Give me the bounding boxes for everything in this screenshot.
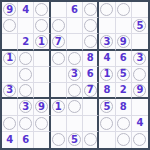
- cell-r2c3[interactable]: [34, 18, 50, 34]
- given-digit: 3: [103, 37, 110, 47]
- cell-r3c4[interactable]: 7: [51, 34, 67, 50]
- cell-r2c4[interactable]: [51, 18, 67, 34]
- cell-r2c8[interactable]: [116, 18, 132, 34]
- given-digit: 5: [120, 69, 127, 79]
- given-digit: 3: [6, 85, 13, 95]
- cell-r9c4[interactable]: [51, 132, 67, 148]
- cell-r6c7[interactable]: 8: [99, 83, 115, 99]
- cell-r4c7[interactable]: 4: [99, 51, 115, 67]
- cell-r1c6[interactable]: [83, 2, 99, 18]
- odd-cell-circle: [100, 117, 113, 130]
- odd-cell-circle: [52, 52, 65, 65]
- cell-r3c9[interactable]: [132, 34, 148, 50]
- given-digit: 6: [22, 135, 29, 145]
- given-digit: 1: [38, 37, 45, 47]
- cell-r7c9[interactable]: [132, 99, 148, 115]
- given-digit: 6: [120, 53, 127, 63]
- odd-cell-circle: [117, 3, 130, 16]
- cell-r9c9[interactable]: [132, 132, 148, 148]
- given-digit: 1: [55, 102, 62, 112]
- cell-r7c8[interactable]: 8: [116, 99, 132, 115]
- odd-cell-circle: 3: [3, 84, 16, 97]
- odd-cell-circle: 7: [84, 84, 97, 97]
- cell-r3c7[interactable]: 3: [99, 34, 115, 50]
- cell-r5c2[interactable]: [18, 67, 34, 83]
- odd-cell-circle: [19, 68, 32, 81]
- cell-r3c6[interactable]: [83, 34, 99, 50]
- odd-cell-circle: [19, 52, 32, 65]
- cell-r9c5[interactable]: 5: [67, 132, 83, 148]
- given-digit: 3: [71, 69, 78, 79]
- odd-cell-circle: [84, 3, 97, 16]
- given-digit: 8: [120, 102, 127, 112]
- given-digit: 3: [22, 102, 29, 112]
- cell-r4c3[interactable]: [34, 51, 50, 67]
- odd-cell-circle: 3: [133, 52, 146, 65]
- cell-r4c8[interactable]: 6: [116, 51, 132, 67]
- odd-cell-circle: 7: [52, 35, 65, 48]
- odd-cell-circle: [117, 117, 130, 130]
- odd-cell-circle: 3: [100, 35, 113, 48]
- cell-r1c8[interactable]: [116, 2, 132, 18]
- cell-r2c1[interactable]: [2, 18, 18, 34]
- cell-r1c3[interactable]: [34, 2, 50, 18]
- odd-cell-circle: [117, 133, 130, 146]
- cell-r5c9[interactable]: [132, 67, 148, 83]
- cell-r8c5[interactable]: [67, 116, 83, 132]
- given-digit: 5: [103, 102, 110, 112]
- odd-cell-circle: 9: [35, 100, 48, 113]
- cell-r8c3[interactable]: [34, 116, 50, 132]
- cell-r9c8[interactable]: [116, 132, 132, 148]
- given-digit: 9: [6, 5, 13, 15]
- cell-r6c2[interactable]: [18, 83, 34, 99]
- odd-cell-circle: [133, 133, 146, 146]
- cell-r2c6[interactable]: [83, 18, 99, 34]
- cell-r1c5[interactable]: 6: [67, 2, 83, 18]
- cell-r2c7[interactable]: [99, 18, 115, 34]
- given-digit: 3: [136, 53, 143, 63]
- cell-r2c2[interactable]: [18, 18, 34, 34]
- odd-cell-circle: [19, 84, 32, 97]
- cell-r6c9[interactable]: 9: [132, 83, 148, 99]
- cell-r9c7[interactable]: [99, 132, 115, 148]
- cell-r1c9[interactable]: [132, 2, 148, 18]
- cell-r6c3[interactable]: [34, 83, 50, 99]
- given-digit: 2: [120, 85, 127, 95]
- cell-r7c4[interactable]: 1: [51, 99, 67, 115]
- cell-r6c6[interactable]: 7: [83, 83, 99, 99]
- given-digit: 4: [22, 5, 29, 15]
- cell-r6c1[interactable]: 3: [2, 83, 18, 99]
- given-digit: 9: [136, 85, 143, 95]
- cell-r1c2[interactable]: 4: [18, 2, 34, 18]
- odd-cell-circle: [68, 52, 81, 65]
- cell-r4c2[interactable]: [18, 51, 34, 67]
- cell-r4c5[interactable]: [67, 51, 83, 67]
- cell-r5c7[interactable]: 1: [99, 67, 115, 83]
- odd-cell-circle: 5: [133, 19, 146, 32]
- odd-cell-circle: 9: [3, 3, 16, 16]
- given-digit: 5: [71, 135, 78, 145]
- odd-cell-circle: 5: [68, 133, 81, 146]
- odd-cell-circle: [3, 117, 16, 130]
- odd-cell-circle: [35, 117, 48, 130]
- odd-cell-circle: 5: [100, 100, 113, 113]
- cell-r3c5[interactable]: [67, 34, 83, 50]
- given-digit: 8: [103, 85, 110, 95]
- given-digit: 4: [6, 135, 13, 145]
- given-digit: 1: [6, 53, 13, 63]
- odd-cell-circle: [3, 19, 16, 32]
- given-digit: 4: [136, 118, 143, 128]
- cell-r9c6[interactable]: [83, 132, 99, 148]
- given-digit: 9: [38, 102, 45, 112]
- odd-cell-circle: [133, 68, 146, 81]
- given-digit: 8: [87, 53, 94, 63]
- cell-r7c5[interactable]: [67, 99, 83, 115]
- given-digit: 9: [120, 37, 127, 47]
- odd-cell-circle: [35, 3, 48, 16]
- given-digit: 4: [103, 53, 110, 63]
- given-digit: 1: [103, 69, 110, 79]
- odd-cell-circle: 1: [52, 100, 65, 113]
- cell-r4c4[interactable]: [51, 51, 67, 67]
- odd-cell-circle: 1: [3, 52, 16, 65]
- cell-r8c2[interactable]: [18, 116, 34, 132]
- odd-cell-circle: [84, 133, 97, 146]
- cell-r5c4[interactable]: [51, 67, 67, 83]
- cell-r8c8[interactable]: [116, 116, 132, 132]
- given-digit: 2: [22, 37, 29, 47]
- odd-cell-circle: [35, 19, 48, 32]
- odd-cell-circle: [84, 19, 97, 32]
- odd-cell-circle: 9: [133, 84, 146, 97]
- cell-r1c4[interactable]: [51, 2, 67, 18]
- given-digit: 7: [55, 37, 62, 47]
- cell-r6c4[interactable]: [51, 83, 67, 99]
- cell-r5c5[interactable]: 3: [67, 67, 83, 83]
- odd-cell-circle: 1: [35, 35, 48, 48]
- cell-r7c6[interactable]: [83, 99, 99, 115]
- cell-r3c2[interactable]: 2: [18, 34, 34, 50]
- cell-r5c1[interactable]: [2, 67, 18, 83]
- cell-r3c3[interactable]: 1: [34, 34, 50, 50]
- odd-cell-circle: 3: [68, 68, 81, 81]
- odd-cell-circle: 1: [100, 68, 113, 81]
- given-digit: 6: [71, 5, 78, 15]
- cell-r4c6[interactable]: 8: [83, 51, 99, 67]
- cell-r1c1[interactable]: 9: [2, 2, 18, 18]
- cell-r7c2[interactable]: 3: [18, 99, 34, 115]
- cell-r8c4[interactable]: [51, 116, 67, 132]
- odd-cell-circle: [68, 100, 81, 113]
- cell-r8c6[interactable]: [83, 116, 99, 132]
- given-digit: 5: [136, 21, 143, 31]
- cell-r7c7[interactable]: 5: [99, 99, 115, 115]
- cell-r6c8[interactable]: 2: [116, 83, 132, 99]
- cell-r7c3[interactable]: 9: [34, 99, 50, 115]
- cell-r2c5[interactable]: [67, 18, 83, 34]
- sudoku-board: 94652173918463361537829391584465: [0, 0, 150, 150]
- cell-r5c3[interactable]: [34, 67, 50, 83]
- given-digit: 6: [87, 69, 94, 79]
- given-digit: 7: [87, 85, 94, 95]
- cell-r4c9[interactable]: 3: [132, 51, 148, 67]
- cell-r1c7[interactable]: [99, 2, 115, 18]
- odd-cell-circle: 5: [117, 68, 130, 81]
- cell-r3c1[interactable]: [2, 34, 18, 50]
- cell-r3c8[interactable]: 9: [116, 34, 132, 50]
- odd-cell-circle: [52, 19, 65, 32]
- cell-r4c1[interactable]: 1: [2, 51, 18, 67]
- cell-r6c5[interactable]: [67, 83, 83, 99]
- cell-r9c2[interactable]: 6: [18, 132, 34, 148]
- odd-cell-circle: [100, 3, 113, 16]
- cell-r8c1[interactable]: [2, 116, 18, 132]
- cell-r5c6[interactable]: 6: [83, 67, 99, 83]
- cell-r7c1[interactable]: [2, 99, 18, 115]
- cell-r8c7[interactable]: [99, 116, 115, 132]
- odd-cell-circle: 9: [117, 35, 130, 48]
- odd-cell-circle: [52, 133, 65, 146]
- cell-r2c9[interactable]: 5: [132, 18, 148, 34]
- odd-cell-circle: 3: [19, 100, 32, 113]
- cell-r8c9[interactable]: 4: [132, 116, 148, 132]
- cell-r9c1[interactable]: 4: [2, 132, 18, 148]
- odd-cell-circle: [68, 84, 81, 97]
- cell-r5c8[interactable]: 5: [116, 67, 132, 83]
- cell-r9c3[interactable]: [34, 132, 50, 148]
- odd-cell-circle: [19, 117, 32, 130]
- odd-cell-circle: [84, 35, 97, 48]
